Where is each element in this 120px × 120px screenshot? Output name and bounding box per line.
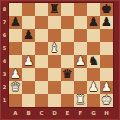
rank-label-6: 6 [1, 29, 8, 42]
square-b5[interactable] [22, 42, 35, 55]
square-g4[interactable]: ♞ [87, 55, 100, 68]
black-pawn-b6[interactable]: ♟ [22, 29, 35, 42]
file-label-e: E [61, 109, 74, 118]
square-e6[interactable] [61, 29, 74, 42]
square-c8[interactable] [35, 3, 48, 16]
white-rook-f1[interactable]: ♜ [74, 94, 87, 107]
square-b1[interactable] [22, 94, 35, 107]
file-label-b: B [22, 109, 35, 118]
white-pawn-b4[interactable]: ♟ [22, 55, 35, 68]
square-c2[interactable] [35, 81, 48, 94]
square-a6[interactable] [9, 29, 22, 42]
square-a4[interactable] [9, 55, 22, 68]
square-f8[interactable] [74, 3, 87, 16]
square-b7[interactable] [22, 16, 35, 29]
black-pawn-g7[interactable]: ♟ [87, 16, 100, 29]
white-pawn-a3[interactable]: ♟ [9, 68, 22, 81]
file-label-c: C [35, 109, 48, 118]
rank-label-1: 1 [1, 94, 8, 107]
square-d6[interactable] [48, 29, 61, 42]
rank-label-4: 4 [1, 55, 8, 68]
black-queen-e3[interactable]: ♛ [61, 68, 74, 81]
black-knight-g4[interactable]: ♞ [87, 55, 100, 68]
square-g7[interactable]: ♟ [87, 16, 100, 29]
square-d8[interactable]: ♜ [48, 3, 61, 16]
rank-label-3: 3 [1, 68, 8, 81]
square-h4[interactable] [100, 55, 113, 68]
square-e1[interactable] [61, 94, 74, 107]
rank-label-8: 8 [1, 3, 8, 16]
white-pawn-g2[interactable]: ♟ [87, 81, 100, 94]
square-e3[interactable]: ♛ [61, 68, 74, 81]
rank-label-2: 2 [1, 81, 8, 94]
square-h6[interactable] [100, 29, 113, 42]
square-a2[interactable]: ♛ [9, 81, 22, 94]
square-f1[interactable]: ♜ [74, 94, 87, 107]
square-b3[interactable] [22, 68, 35, 81]
square-a8[interactable] [9, 3, 22, 16]
rank-label-5: 5 [1, 42, 8, 55]
file-label-a: A [9, 109, 22, 118]
white-pawn-f4[interactable]: ♟ [74, 55, 87, 68]
square-d3[interactable] [48, 68, 61, 81]
black-pawn-a7[interactable]: ♟ [9, 16, 22, 29]
square-e8[interactable] [61, 3, 74, 16]
square-h5[interactable] [100, 42, 113, 55]
square-b8[interactable] [22, 3, 35, 16]
square-h2[interactable]: ♟ [100, 81, 113, 94]
square-g2[interactable]: ♟ [87, 81, 100, 94]
white-bishop-d5[interactable]: ♝ [48, 42, 61, 55]
square-e4[interactable] [61, 55, 74, 68]
square-g6[interactable] [87, 29, 100, 42]
square-c6[interactable] [35, 29, 48, 42]
square-f3[interactable] [74, 68, 87, 81]
square-f7[interactable] [74, 16, 87, 29]
square-b4[interactable]: ♟ [22, 55, 35, 68]
square-h7[interactable]: ♟ [100, 16, 113, 29]
square-c3[interactable] [35, 68, 48, 81]
board-frame: ♜♚♟♟♟♟♝♟♟♞♟♛♛♟♟♜♚ 87654321 ABCDEFGH [0, 0, 120, 120]
square-d4[interactable] [48, 55, 61, 68]
square-g5[interactable] [87, 42, 100, 55]
file-label-h: H [100, 109, 113, 118]
square-a5[interactable] [9, 42, 22, 55]
square-h1[interactable]: ♚ [100, 94, 113, 107]
square-d2[interactable] [48, 81, 61, 94]
square-b2[interactable] [22, 81, 35, 94]
square-c4[interactable] [35, 55, 48, 68]
square-c5[interactable] [35, 42, 48, 55]
square-h3[interactable] [100, 68, 113, 81]
file-label-f: F [74, 109, 87, 118]
square-c1[interactable] [35, 94, 48, 107]
square-d1[interactable] [48, 94, 61, 107]
black-king-h8[interactable]: ♚ [100, 3, 113, 16]
square-f2[interactable] [74, 81, 87, 94]
square-a1[interactable] [9, 94, 22, 107]
file-label-d: D [48, 109, 61, 118]
square-a3[interactable]: ♟ [9, 68, 22, 81]
square-f4[interactable]: ♟ [74, 55, 87, 68]
square-g8[interactable] [87, 3, 100, 16]
white-pawn-h2[interactable]: ♟ [100, 81, 113, 94]
square-c7[interactable] [35, 16, 48, 29]
square-e2[interactable] [61, 81, 74, 94]
white-queen-a2[interactable]: ♛ [9, 81, 22, 94]
square-f5[interactable] [74, 42, 87, 55]
square-a7[interactable]: ♟ [9, 16, 22, 29]
square-h8[interactable]: ♚ [100, 3, 113, 16]
square-g1[interactable] [87, 94, 100, 107]
white-king-h1[interactable]: ♚ [100, 94, 113, 107]
chess-board: ♜♚♟♟♟♟♝♟♟♞♟♛♛♟♟♜♚ [9, 3, 113, 107]
square-g3[interactable] [87, 68, 100, 81]
square-e7[interactable] [61, 16, 74, 29]
black-rook-d8[interactable]: ♜ [48, 3, 61, 16]
square-b6[interactable]: ♟ [22, 29, 35, 42]
square-d5[interactable]: ♝ [48, 42, 61, 55]
square-d7[interactable] [48, 16, 61, 29]
square-e5[interactable] [61, 42, 74, 55]
file-label-g: G [87, 109, 100, 118]
rank-label-7: 7 [1, 16, 8, 29]
square-f6[interactable] [74, 29, 87, 42]
black-pawn-h7[interactable]: ♟ [100, 16, 113, 29]
